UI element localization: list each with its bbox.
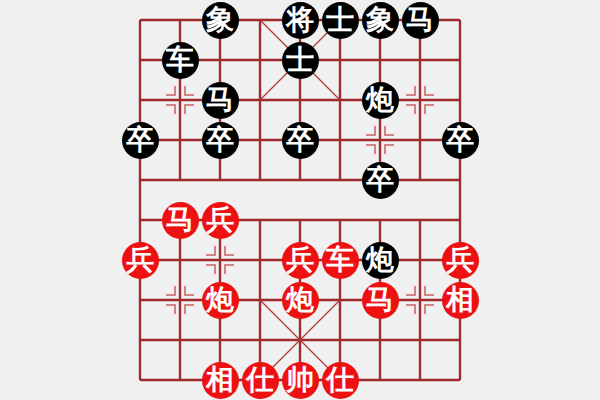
- piece-red-horse[interactable]: 马: [362, 282, 399, 319]
- piece-black-horse[interactable]: 马: [202, 82, 239, 119]
- piece-red-soldier[interactable]: 兵: [122, 242, 159, 279]
- piece-black-cannon[interactable]: 炮: [362, 242, 399, 279]
- pieces-layer: 象将士象马车士马炮卒卒卒卒卒马兵兵兵车炮兵炮炮马相相仕帅仕: [120, 0, 480, 400]
- piece-black-horse[interactable]: 马: [402, 2, 439, 39]
- piece-black-soldier[interactable]: 卒: [442, 122, 479, 159]
- piece-red-soldier[interactable]: 兵: [282, 242, 319, 279]
- piece-red-cannon[interactable]: 炮: [282, 282, 319, 319]
- piece-black-advisor[interactable]: 士: [322, 2, 359, 39]
- piece-red-soldier[interactable]: 兵: [442, 242, 479, 279]
- piece-black-elephant[interactable]: 象: [362, 2, 399, 39]
- piece-red-chariot[interactable]: 车: [322, 242, 359, 279]
- piece-black-general[interactable]: 将: [282, 2, 319, 39]
- piece-red-general[interactable]: 帅: [282, 362, 319, 399]
- xiangqi-board: 象将士象马车士马炮卒卒卒卒卒马兵兵兵车炮兵炮炮马相相仕帅仕: [0, 0, 600, 400]
- piece-red-advisor[interactable]: 仕: [242, 362, 279, 399]
- piece-red-soldier[interactable]: 兵: [202, 202, 239, 239]
- piece-red-elephant[interactable]: 相: [202, 362, 239, 399]
- piece-black-soldier[interactable]: 卒: [122, 122, 159, 159]
- piece-black-advisor[interactable]: 士: [282, 42, 319, 79]
- piece-red-cannon[interactable]: 炮: [202, 282, 239, 319]
- piece-black-soldier[interactable]: 卒: [202, 122, 239, 159]
- piece-black-cannon[interactable]: 炮: [362, 82, 399, 119]
- piece-black-chariot[interactable]: 车: [162, 42, 199, 79]
- piece-red-elephant[interactable]: 相: [442, 282, 479, 319]
- piece-black-elephant[interactable]: 象: [202, 2, 239, 39]
- piece-black-soldier[interactable]: 卒: [282, 122, 319, 159]
- piece-red-advisor[interactable]: 仕: [322, 362, 359, 399]
- piece-black-soldier[interactable]: 卒: [362, 162, 399, 199]
- piece-red-horse[interactable]: 马: [162, 202, 199, 239]
